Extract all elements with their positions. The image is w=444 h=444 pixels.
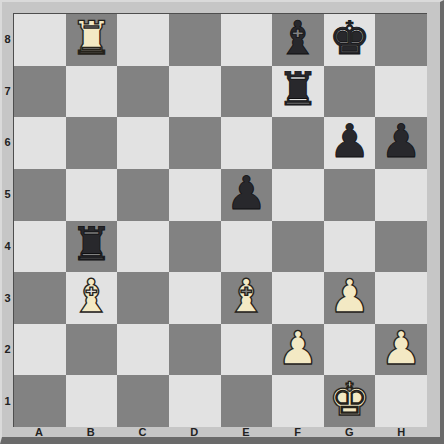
square-d2[interactable] bbox=[169, 324, 221, 376]
rank-label-7: 7 bbox=[2, 65, 13, 117]
piece-black-pawn-g6[interactable]: ♟ bbox=[329, 118, 370, 164]
rank-label-8: 8 bbox=[2, 13, 13, 65]
piece-white-pawn-f2[interactable]: ♟ bbox=[277, 325, 318, 371]
chessboard-frame: 87654321 ♜♝♚♜♟♟♟♜♝♝♟♟♟♚ ABCDEFGH bbox=[0, 0, 444, 444]
square-h5[interactable] bbox=[375, 169, 427, 221]
file-label-a: A bbox=[13, 427, 65, 437]
piece-white-king-g1[interactable]: ♚ bbox=[329, 376, 370, 422]
square-g2[interactable] bbox=[324, 324, 376, 376]
square-f5[interactable] bbox=[272, 169, 324, 221]
piece-black-pawn-h6[interactable]: ♟ bbox=[381, 118, 422, 164]
piece-black-rook-f7[interactable]: ♜ bbox=[277, 66, 318, 112]
square-d7[interactable] bbox=[169, 66, 221, 118]
piece-black-bishop-f8[interactable]: ♝ bbox=[277, 15, 318, 61]
file-label-e: E bbox=[220, 427, 272, 437]
square-e8[interactable] bbox=[221, 14, 273, 66]
rank-label-6: 6 bbox=[2, 117, 13, 169]
piece-black-pawn-e5[interactable]: ♟ bbox=[226, 170, 267, 216]
piece-black-rook-b4[interactable]: ♜ bbox=[71, 221, 112, 267]
square-c4[interactable] bbox=[117, 221, 169, 273]
piece-white-bishop-b3[interactable]: ♝ bbox=[71, 273, 112, 319]
square-h2[interactable]: ♟ bbox=[375, 324, 427, 376]
square-g3[interactable]: ♟ bbox=[324, 272, 376, 324]
square-h7[interactable] bbox=[375, 66, 427, 118]
rank-labels: 87654321 bbox=[2, 13, 13, 427]
square-a4[interactable] bbox=[14, 221, 66, 273]
rank-label-2: 2 bbox=[2, 324, 13, 376]
piece-black-king-g8[interactable]: ♚ bbox=[329, 15, 370, 61]
square-d8[interactable] bbox=[169, 14, 221, 66]
square-b5[interactable] bbox=[66, 169, 118, 221]
square-a2[interactable] bbox=[14, 324, 66, 376]
square-a1[interactable] bbox=[14, 375, 66, 427]
square-h4[interactable] bbox=[375, 221, 427, 273]
square-b3[interactable]: ♝ bbox=[66, 272, 118, 324]
square-a3[interactable] bbox=[14, 272, 66, 324]
file-label-b: B bbox=[65, 427, 117, 437]
square-e7[interactable] bbox=[221, 66, 273, 118]
piece-white-rook-b8[interactable]: ♜ bbox=[71, 15, 112, 61]
square-c1[interactable] bbox=[117, 375, 169, 427]
square-d3[interactable] bbox=[169, 272, 221, 324]
file-labels: ABCDEFGH bbox=[13, 427, 427, 437]
square-h6[interactable]: ♟ bbox=[375, 117, 427, 169]
square-f1[interactable] bbox=[272, 375, 324, 427]
square-c7[interactable] bbox=[117, 66, 169, 118]
square-e2[interactable] bbox=[221, 324, 273, 376]
square-d5[interactable] bbox=[169, 169, 221, 221]
file-label-g: G bbox=[324, 427, 376, 437]
file-label-d: D bbox=[168, 427, 220, 437]
square-a6[interactable] bbox=[14, 117, 66, 169]
square-f8[interactable]: ♝ bbox=[272, 14, 324, 66]
piece-white-pawn-g3[interactable]: ♟ bbox=[329, 273, 370, 319]
square-e4[interactable] bbox=[221, 221, 273, 273]
piece-white-bishop-e3[interactable]: ♝ bbox=[226, 273, 267, 319]
square-d1[interactable] bbox=[169, 375, 221, 427]
square-c5[interactable] bbox=[117, 169, 169, 221]
square-h1[interactable] bbox=[375, 375, 427, 427]
square-g4[interactable] bbox=[324, 221, 376, 273]
square-f6[interactable] bbox=[272, 117, 324, 169]
rank-label-5: 5 bbox=[2, 168, 13, 220]
square-f4[interactable] bbox=[272, 221, 324, 273]
square-f2[interactable]: ♟ bbox=[272, 324, 324, 376]
square-b7[interactable] bbox=[66, 66, 118, 118]
square-a5[interactable] bbox=[14, 169, 66, 221]
square-c3[interactable] bbox=[117, 272, 169, 324]
square-e5[interactable]: ♟ bbox=[221, 169, 273, 221]
square-e1[interactable] bbox=[221, 375, 273, 427]
file-label-f: F bbox=[272, 427, 324, 437]
file-label-h: H bbox=[375, 427, 427, 437]
square-d6[interactable] bbox=[169, 117, 221, 169]
rank-label-1: 1 bbox=[2, 375, 13, 427]
rank-label-3: 3 bbox=[2, 272, 13, 324]
square-f7[interactable]: ♜ bbox=[272, 66, 324, 118]
rank-label-4: 4 bbox=[2, 220, 13, 272]
square-c6[interactable] bbox=[117, 117, 169, 169]
square-g5[interactable] bbox=[324, 169, 376, 221]
square-f3[interactable] bbox=[272, 272, 324, 324]
square-a8[interactable] bbox=[14, 14, 66, 66]
square-e6[interactable] bbox=[221, 117, 273, 169]
square-b4[interactable]: ♜ bbox=[66, 221, 118, 273]
square-b2[interactable] bbox=[66, 324, 118, 376]
chessboard: ♜♝♚♜♟♟♟♜♝♝♟♟♟♚ bbox=[13, 13, 427, 427]
square-g1[interactable]: ♚ bbox=[324, 375, 376, 427]
square-b1[interactable] bbox=[66, 375, 118, 427]
square-c2[interactable] bbox=[117, 324, 169, 376]
square-e3[interactable]: ♝ bbox=[221, 272, 273, 324]
square-d4[interactable] bbox=[169, 221, 221, 273]
file-label-c: C bbox=[117, 427, 169, 437]
square-h8[interactable] bbox=[375, 14, 427, 66]
square-h3[interactable] bbox=[375, 272, 427, 324]
square-b6[interactable] bbox=[66, 117, 118, 169]
piece-white-pawn-h2[interactable]: ♟ bbox=[381, 325, 422, 371]
square-b8[interactable]: ♜ bbox=[66, 14, 118, 66]
square-a7[interactable] bbox=[14, 66, 66, 118]
square-g8[interactable]: ♚ bbox=[324, 14, 376, 66]
square-g6[interactable]: ♟ bbox=[324, 117, 376, 169]
square-g7[interactable] bbox=[324, 66, 376, 118]
square-c8[interactable] bbox=[117, 14, 169, 66]
